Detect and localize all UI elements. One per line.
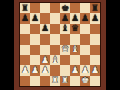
piece-black-pawn: ♟: [41, 24, 49, 33]
piece-white-bishop: ♝: [51, 55, 59, 64]
square-c2[interactable]: ♟: [40, 65, 50, 75]
square-d7[interactable]: [50, 13, 60, 23]
square-f5[interactable]: [70, 34, 80, 44]
square-f2[interactable]: ♟: [70, 65, 80, 75]
square-h3[interactable]: [90, 55, 100, 65]
chess-board-frame: ♜♚♜♟♟♟♟♟♟♟♝♛♛♝♟♝♟♟♟♟♟♟♜♜♚: [14, 0, 106, 90]
square-e7[interactable]: ♟: [60, 13, 70, 23]
square-b1[interactable]: [30, 76, 40, 86]
square-h8[interactable]: ♜: [90, 3, 100, 13]
square-h1[interactable]: [90, 76, 100, 86]
square-f7[interactable]: ♟: [70, 13, 80, 23]
square-h5[interactable]: [90, 34, 100, 44]
piece-white-pawn: ♟: [81, 65, 89, 74]
square-e1[interactable]: ♜: [60, 76, 70, 86]
square-g2[interactable]: ♟: [80, 65, 90, 75]
square-a7[interactable]: ♟: [20, 13, 30, 23]
piece-black-queen: ♛: [71, 24, 79, 33]
piece-white-king: ♚: [81, 76, 89, 85]
square-b7[interactable]: ♟: [30, 13, 40, 23]
square-h4[interactable]: [90, 45, 100, 55]
square-b4[interactable]: [30, 45, 40, 55]
square-c1[interactable]: [40, 76, 50, 86]
square-c5[interactable]: [40, 34, 50, 44]
square-a3[interactable]: [20, 55, 30, 65]
square-d4[interactable]: [50, 45, 60, 55]
piece-white-pawn: ♟: [91, 65, 99, 74]
piece-black-pawn: ♟: [91, 14, 99, 23]
piece-black-pawn: ♟: [71, 14, 79, 23]
square-f3[interactable]: [70, 55, 80, 65]
piece-black-bishop: ♝: [61, 24, 69, 33]
square-g7[interactable]: ♟: [80, 13, 90, 23]
square-f8[interactable]: [70, 3, 80, 13]
square-d5[interactable]: [50, 34, 60, 44]
square-c7[interactable]: [40, 13, 50, 23]
square-h6[interactable]: [90, 24, 100, 34]
square-d2[interactable]: [50, 65, 60, 75]
piece-black-rook: ♜: [91, 3, 99, 12]
piece-black-king: ♚: [61, 3, 69, 12]
square-b8[interactable]: [30, 3, 40, 13]
square-b3[interactable]: [30, 55, 40, 65]
square-h2[interactable]: ♟: [90, 65, 100, 75]
video-frame: ♜♚♜♟♟♟♟♟♟♟♝♛♛♝♟♝♟♟♟♟♟♟♜♜♚: [0, 0, 120, 90]
piece-white-pawn: ♟: [21, 65, 29, 74]
piece-white-rook: ♜: [61, 76, 69, 85]
square-d8[interactable]: [50, 3, 60, 13]
square-g1[interactable]: ♚: [80, 76, 90, 86]
square-e5[interactable]: [60, 34, 70, 44]
square-f6[interactable]: ♛: [70, 24, 80, 34]
square-a4[interactable]: [20, 45, 30, 55]
square-c4[interactable]: [40, 45, 50, 55]
square-g4[interactable]: [80, 45, 90, 55]
piece-white-pawn: ♟: [71, 65, 79, 74]
piece-black-pawn: ♟: [81, 14, 89, 23]
square-d3[interactable]: ♝: [50, 55, 60, 65]
square-e8[interactable]: ♚: [60, 3, 70, 13]
square-g3[interactable]: [80, 55, 90, 65]
piece-black-pawn: ♟: [61, 14, 69, 23]
square-f4[interactable]: ♝: [70, 45, 80, 55]
square-e4[interactable]: ♛: [60, 45, 70, 55]
chess-board: ♜♚♜♟♟♟♟♟♟♟♝♛♛♝♟♝♟♟♟♟♟♟♜♜♚: [20, 3, 100, 86]
square-d6[interactable]: [50, 24, 60, 34]
piece-white-pawn: ♟: [41, 55, 49, 64]
square-e2[interactable]: [60, 65, 70, 75]
piece-white-bishop: ♝: [71, 45, 79, 54]
square-a1[interactable]: [20, 76, 30, 86]
square-c6[interactable]: ♟: [40, 24, 50, 34]
square-e6[interactable]: ♝: [60, 24, 70, 34]
square-b6[interactable]: [30, 24, 40, 34]
piece-white-queen: ♛: [61, 45, 69, 54]
square-b2[interactable]: ♟: [30, 65, 40, 75]
piece-black-pawn: ♟: [21, 14, 29, 23]
square-b5[interactable]: [30, 34, 40, 44]
square-f1[interactable]: [70, 76, 80, 86]
piece-white-rook: ♜: [51, 76, 59, 85]
square-e3[interactable]: [60, 55, 70, 65]
piece-white-pawn: ♟: [31, 65, 39, 74]
square-g6[interactable]: [80, 24, 90, 34]
piece-white-pawn: ♟: [41, 65, 49, 74]
piece-black-pawn: ♟: [31, 14, 39, 23]
square-h7[interactable]: ♟: [90, 13, 100, 23]
square-c8[interactable]: [40, 3, 50, 13]
square-a8[interactable]: ♜: [20, 3, 30, 13]
square-a6[interactable]: [20, 24, 30, 34]
square-d1[interactable]: ♜: [50, 76, 60, 86]
square-a5[interactable]: [20, 34, 30, 44]
square-a2[interactable]: ♟: [20, 65, 30, 75]
square-g8[interactable]: [80, 3, 90, 13]
square-g5[interactable]: [80, 34, 90, 44]
piece-black-rook: ♜: [21, 3, 29, 12]
square-c3[interactable]: ♟: [40, 55, 50, 65]
